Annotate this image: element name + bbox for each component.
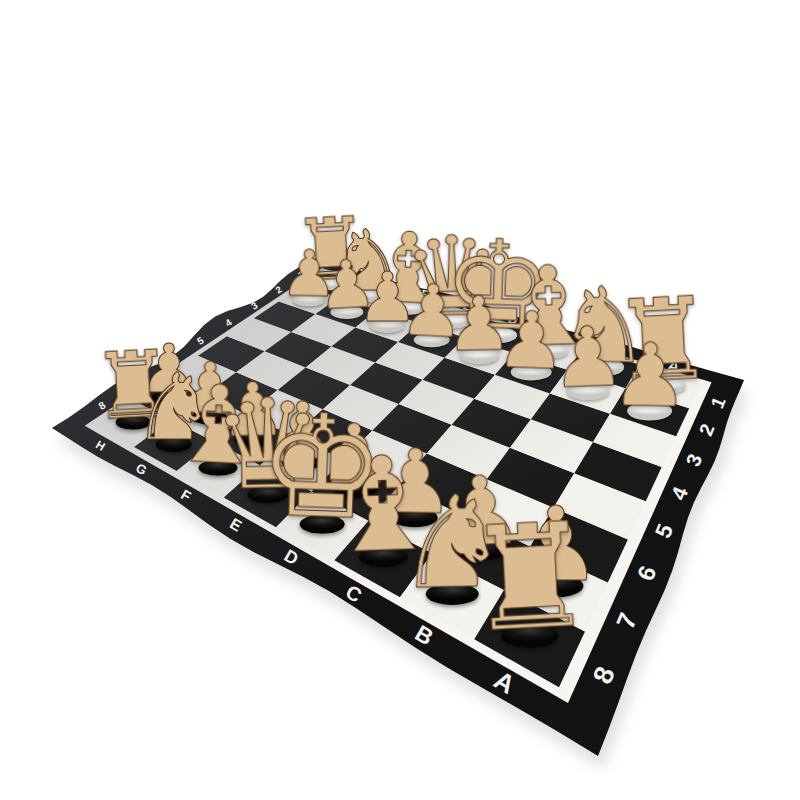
product-photo-stage: HH88GG77FF66EE55DD44CC33BB22AA11 ♜♞♟♝♟♛♟… bbox=[0, 0, 800, 800]
chess-mat: HH88GG77FF66EE55DD44CC33BB22AA11 bbox=[0, 0, 800, 800]
depth-shade bbox=[52, 258, 744, 756]
